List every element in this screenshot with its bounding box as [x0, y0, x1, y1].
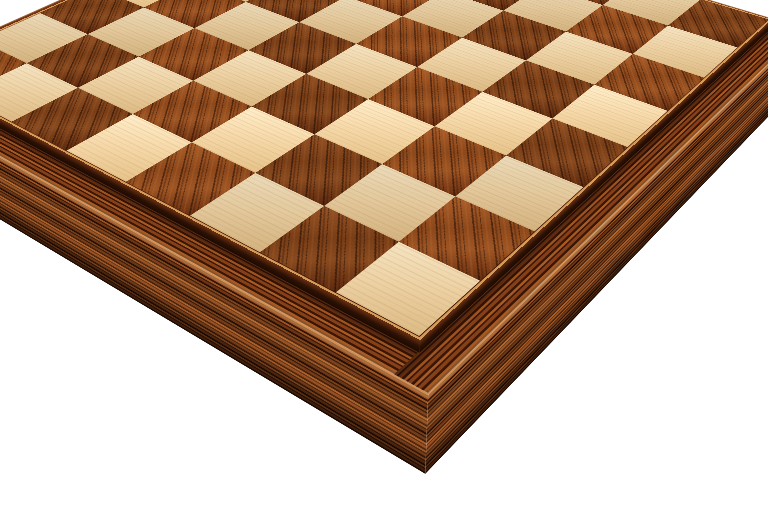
product-photo-canvas — [0, 0, 768, 512]
chess-board — [0, 0, 768, 340]
board-scene — [0, 0, 768, 512]
